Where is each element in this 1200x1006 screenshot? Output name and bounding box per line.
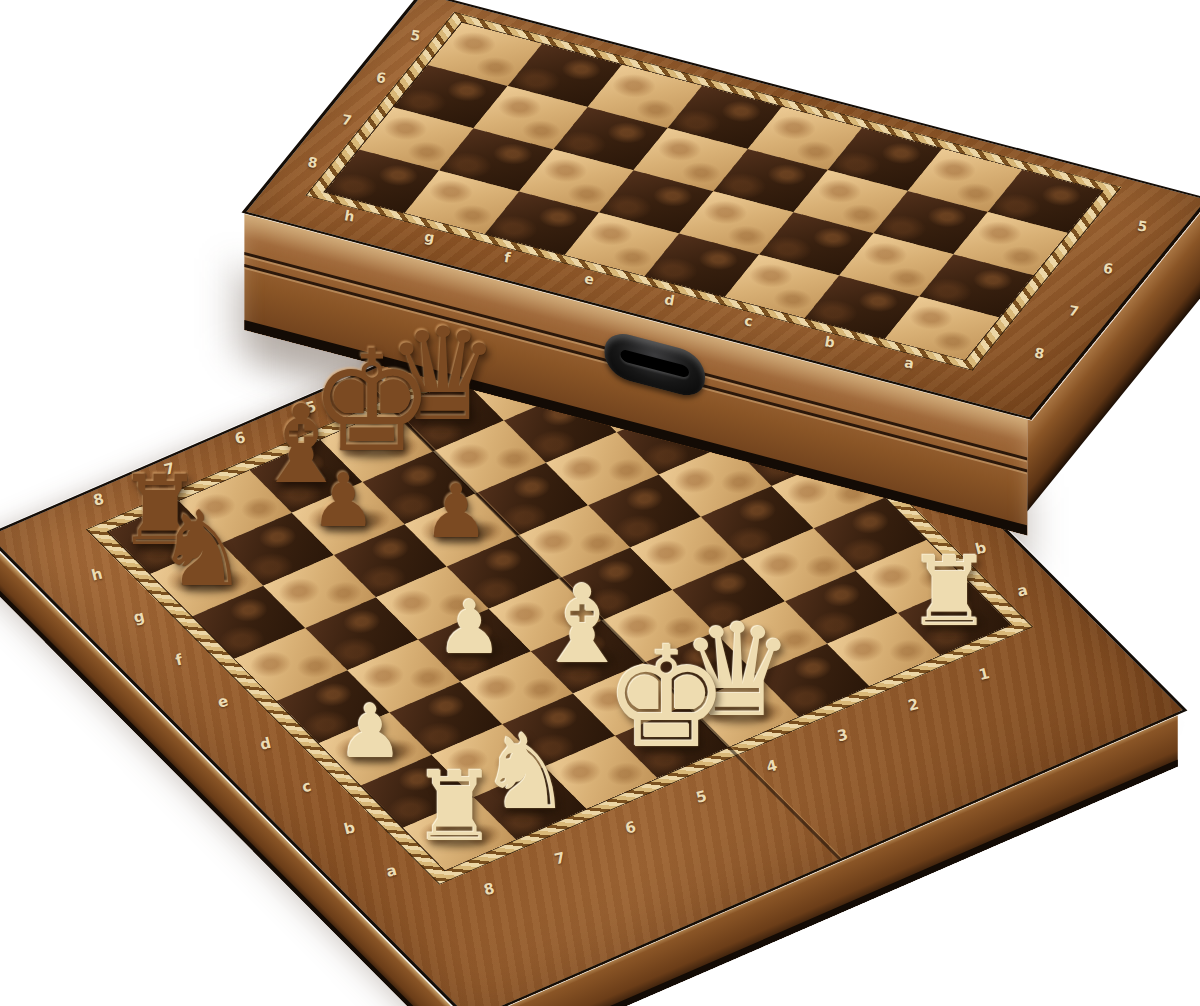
piece-black-pawn-f5: ♟ [423,474,489,548]
piece-white-rook-a8: ♜ [412,759,498,855]
piece-white-pawn-d6: ♟ [437,590,503,664]
piece-black-knight-g8: ♞ [155,498,248,602]
piece-white-king-a5: ♚ [604,628,730,768]
pieces-layer: ♛♚♝♟♟♜♞♜♟♝♛♚♟♞♜ [0,0,1200,1006]
product-photo-chess-cassette: hgfedcba8765432187654321hgfedcba 5678567… [0,0,1200,1006]
piece-white-pawn-c8: ♟ [337,693,403,767]
piece-black-pawn-g6: ♟ [310,463,376,537]
piece-white-rook-a1: ♜ [907,544,993,640]
